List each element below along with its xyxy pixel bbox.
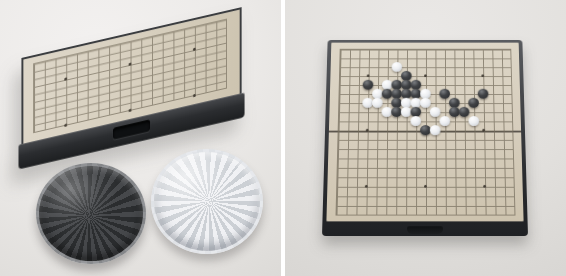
white-stone[interactable] [362, 97, 373, 107]
hoshi-point [424, 74, 427, 77]
hoshi-point [483, 184, 486, 187]
white-stone[interactable] [410, 115, 421, 125]
black-stone[interactable] [391, 106, 402, 116]
black-stone[interactable] [381, 88, 392, 98]
hoshi-point [424, 184, 427, 187]
hoshi-point [366, 74, 369, 77]
hoshi-point [193, 93, 196, 97]
white-stones-dish[interactable] [151, 149, 263, 254]
hoshi-point [365, 128, 368, 131]
photo-folded-board-with-stone-dishes [0, 0, 281, 276]
black-stone[interactable] [391, 97, 402, 107]
black-stone[interactable] [449, 97, 460, 107]
hoshi-point [129, 108, 132, 112]
hoshi-point [481, 74, 484, 77]
hoshi-point [482, 128, 485, 131]
black-stone[interactable] [362, 79, 373, 89]
black-stone[interactable] [410, 79, 421, 89]
photo-gutter [281, 0, 285, 276]
white-stone[interactable] [420, 88, 431, 98]
handle-notch [407, 226, 443, 234]
white-stone[interactable] [391, 62, 402, 72]
hoshi-point [64, 123, 67, 127]
black-stone[interactable] [439, 88, 450, 98]
product-photo-pair [0, 0, 566, 276]
go-board[interactable] [322, 40, 528, 236]
white-stone[interactable] [439, 115, 450, 125]
black-stone[interactable] [449, 106, 460, 116]
black-stone[interactable] [410, 88, 421, 98]
go-board-face [326, 43, 523, 222]
black-stone[interactable] [477, 88, 488, 98]
black-stones-dish[interactable] [36, 163, 146, 264]
black-stone[interactable] [391, 79, 402, 89]
black-stone[interactable] [401, 70, 412, 80]
black-stone[interactable] [401, 79, 412, 89]
handle-notch[interactable] [113, 120, 150, 140]
white-stone[interactable] [400, 97, 411, 107]
white-stone[interactable] [429, 106, 440, 116]
white-stone[interactable] [381, 79, 392, 89]
go-board-grid[interactable] [330, 44, 519, 219]
black-stone[interactable] [458, 106, 469, 116]
white-stone[interactable] [468, 115, 479, 125]
white-stone[interactable] [420, 97, 431, 107]
black-stone[interactable] [400, 88, 411, 98]
black-stone[interactable] [420, 125, 431, 135]
white-stone[interactable] [371, 97, 382, 107]
white-stone[interactable] [400, 106, 411, 116]
black-stone[interactable] [468, 97, 479, 107]
white-stone[interactable] [381, 106, 392, 116]
hoshi-point [364, 184, 367, 187]
white-stone[interactable] [429, 125, 440, 135]
white-stone[interactable] [410, 97, 421, 107]
photo-open-board-with-position [285, 0, 566, 276]
white-stone[interactable] [372, 88, 383, 98]
folded-go-board[interactable] [18, 6, 244, 169]
black-stone[interactable] [391, 88, 402, 98]
black-stone[interactable] [410, 106, 421, 116]
